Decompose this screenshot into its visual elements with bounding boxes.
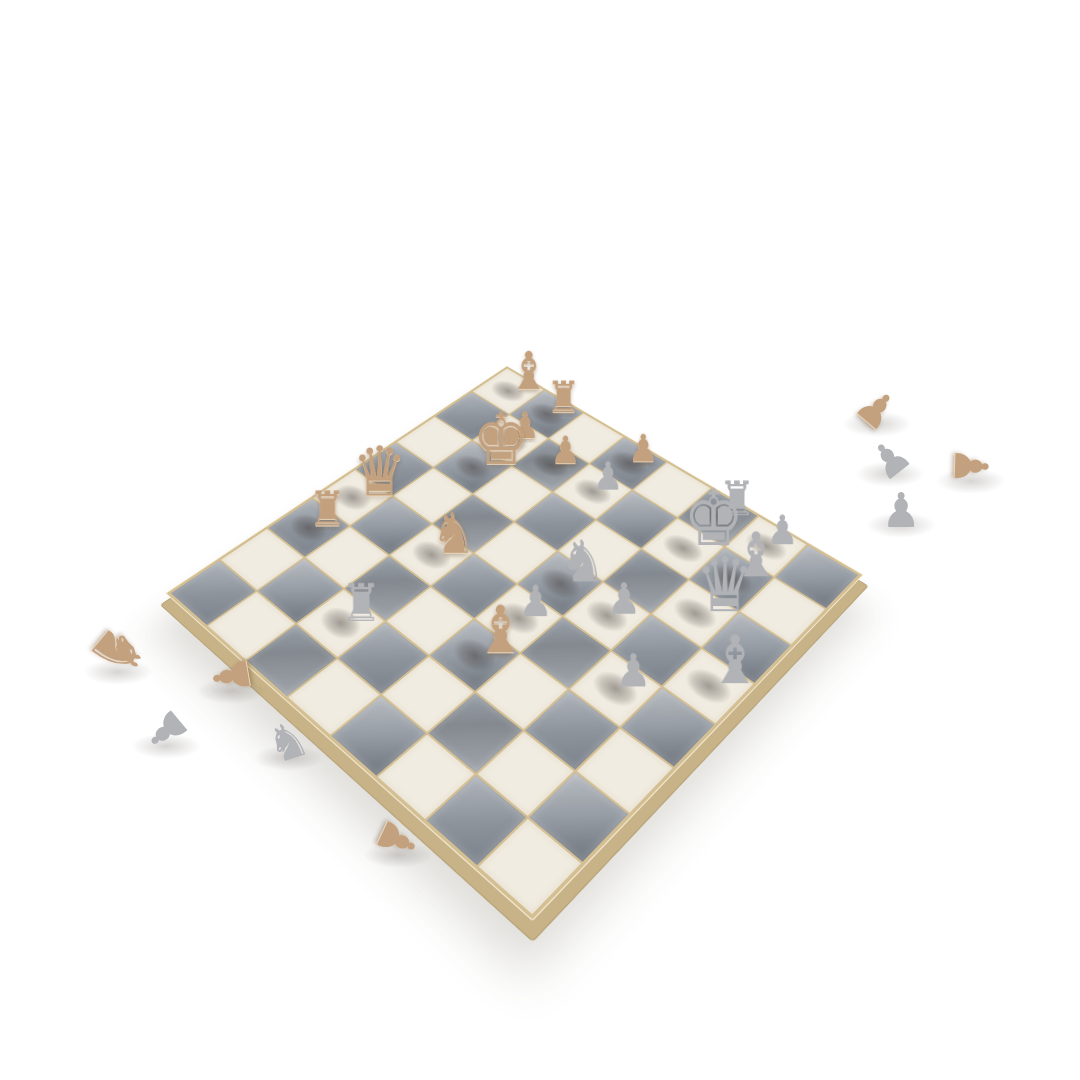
captured-wood-p: ♟ (398, 840, 441, 888)
product-photo-stage: ♝♜♟♜♟♟♟♟♚♝♚♛♞♟♝♛♞♟♟♜♝♜ ♞♟♟♞♟♟♟♟♟ (0, 0, 1080, 1080)
captured-silver-p: ♟ (166, 731, 209, 779)
chess-board: ♝♜♟♜♟♟♟♟♚♝♚♛♞♟♝♛♞♟♟♜♝♜ (165, 366, 863, 922)
captured-silver-n: ♞ (288, 742, 333, 792)
captured-silver-p: ♟ (901, 510, 944, 558)
captured-wood-p: ♟ (971, 466, 1012, 512)
board-3d-wrapper: ♝♜♟♜♟♟♟♟♚♝♚♛♞♟♝♛♞♟♟♜♝♜ (165, 366, 863, 922)
captured-wood-p: ♟ (231, 676, 274, 724)
